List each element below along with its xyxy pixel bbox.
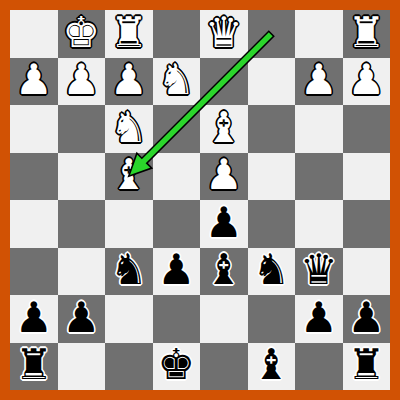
board-frame: ♚♜♛♜♟♟♟♞♟♟♞♝♝♟♟♞♟♝♞♛♟♟♟♟♜♚♝♜ xyxy=(0,0,400,400)
square-c1[interactable] xyxy=(248,10,296,58)
black-queen-on-b6: ♛ xyxy=(300,249,338,291)
square-a1[interactable]: ♜ xyxy=(343,10,391,58)
square-h6[interactable] xyxy=(10,248,58,296)
black-rook-on-a8: ♜ xyxy=(347,344,385,386)
square-h7[interactable]: ♟ xyxy=(10,295,58,343)
square-g4[interactable] xyxy=(58,153,106,201)
square-d1[interactable]: ♛ xyxy=(200,10,248,58)
square-h1[interactable] xyxy=(10,10,58,58)
black-pawn-on-e6: ♟ xyxy=(157,249,195,291)
square-d6[interactable]: ♝ xyxy=(200,248,248,296)
square-c7[interactable] xyxy=(248,295,296,343)
square-f7[interactable] xyxy=(105,295,153,343)
square-b4[interactable] xyxy=(295,153,343,201)
black-knight-on-c6: ♞ xyxy=(252,249,290,291)
square-g8[interactable] xyxy=(58,343,106,391)
black-pawn-on-d5: ♟ xyxy=(205,202,243,244)
square-a5[interactable] xyxy=(343,200,391,248)
square-e8[interactable]: ♚ xyxy=(153,343,201,391)
white-knight-on-e2: ♞ xyxy=(157,59,195,101)
square-c8[interactable]: ♝ xyxy=(248,343,296,391)
square-f5[interactable] xyxy=(105,200,153,248)
black-bishop-on-d6: ♝ xyxy=(205,249,243,291)
square-b2[interactable]: ♟ xyxy=(295,58,343,106)
square-h3[interactable] xyxy=(10,105,58,153)
square-f6[interactable]: ♞ xyxy=(105,248,153,296)
square-h4[interactable] xyxy=(10,153,58,201)
square-a6[interactable] xyxy=(343,248,391,296)
square-c6[interactable]: ♞ xyxy=(248,248,296,296)
square-f3[interactable]: ♞ xyxy=(105,105,153,153)
square-d5[interactable]: ♟ xyxy=(200,200,248,248)
screenshot-root: { "game": "chess", "app": { "frame_color… xyxy=(0,0,400,400)
square-f2[interactable]: ♟ xyxy=(105,58,153,106)
square-e3[interactable] xyxy=(153,105,201,153)
square-h2[interactable]: ♟ xyxy=(10,58,58,106)
black-bishop-on-c8: ♝ xyxy=(252,344,290,386)
square-g6[interactable] xyxy=(58,248,106,296)
white-pawn-on-a2: ♟ xyxy=(347,59,385,101)
white-bishop-on-d3: ♝ xyxy=(205,107,243,149)
square-a4[interactable] xyxy=(343,153,391,201)
white-rook-on-a1: ♜ xyxy=(347,12,385,54)
square-e6[interactable]: ♟ xyxy=(153,248,201,296)
white-queen-on-d1: ♛ xyxy=(205,12,243,54)
black-rook-on-h8: ♜ xyxy=(15,344,53,386)
white-pawn-on-h2: ♟ xyxy=(15,59,53,101)
square-g7[interactable]: ♟ xyxy=(58,295,106,343)
square-d8[interactable] xyxy=(200,343,248,391)
square-g2[interactable]: ♟ xyxy=(58,58,106,106)
white-bishop-on-f4: ♝ xyxy=(110,154,148,196)
white-pawn-on-b2: ♟ xyxy=(300,59,338,101)
square-f1[interactable]: ♜ xyxy=(105,10,153,58)
square-e5[interactable] xyxy=(153,200,201,248)
square-f4[interactable]: ♝ xyxy=(105,153,153,201)
square-b8[interactable] xyxy=(295,343,343,391)
square-e1[interactable] xyxy=(153,10,201,58)
square-h5[interactable] xyxy=(10,200,58,248)
square-g5[interactable] xyxy=(58,200,106,248)
square-c4[interactable] xyxy=(248,153,296,201)
square-h8[interactable]: ♜ xyxy=(10,343,58,391)
white-knight-on-f3: ♞ xyxy=(110,107,148,149)
square-a2[interactable]: ♟ xyxy=(343,58,391,106)
square-b7[interactable]: ♟ xyxy=(295,295,343,343)
black-king-on-e8: ♚ xyxy=(157,344,195,386)
black-pawn-on-a7: ♟ xyxy=(347,297,385,339)
square-e7[interactable] xyxy=(153,295,201,343)
square-a3[interactable] xyxy=(343,105,391,153)
square-c3[interactable] xyxy=(248,105,296,153)
square-a7[interactable]: ♟ xyxy=(343,295,391,343)
square-b1[interactable] xyxy=(295,10,343,58)
square-g1[interactable]: ♚ xyxy=(58,10,106,58)
square-b6[interactable]: ♛ xyxy=(295,248,343,296)
square-e4[interactable] xyxy=(153,153,201,201)
square-f8[interactable] xyxy=(105,343,153,391)
square-b3[interactable] xyxy=(295,105,343,153)
black-pawn-on-b7: ♟ xyxy=(300,297,338,339)
white-rook-on-f1: ♜ xyxy=(110,12,148,54)
square-d2[interactable] xyxy=(200,58,248,106)
square-d3[interactable]: ♝ xyxy=(200,105,248,153)
white-pawn-on-d4: ♟ xyxy=(205,154,243,196)
white-king-on-g1: ♚ xyxy=(62,12,100,54)
square-b5[interactable] xyxy=(295,200,343,248)
square-c2[interactable] xyxy=(248,58,296,106)
square-d7[interactable] xyxy=(200,295,248,343)
black-knight-on-f6: ♞ xyxy=(110,249,148,291)
square-c5[interactable] xyxy=(248,200,296,248)
square-e2[interactable]: ♞ xyxy=(153,58,201,106)
black-pawn-on-h7: ♟ xyxy=(15,297,53,339)
square-d4[interactable]: ♟ xyxy=(200,153,248,201)
white-pawn-on-g2: ♟ xyxy=(62,59,100,101)
black-pawn-on-g7: ♟ xyxy=(62,297,100,339)
chess-board: ♚♜♛♜♟♟♟♞♟♟♞♝♝♟♟♞♟♝♞♛♟♟♟♟♜♚♝♜ xyxy=(10,10,390,390)
square-g3[interactable] xyxy=(58,105,106,153)
square-a8[interactable]: ♜ xyxy=(343,343,391,391)
white-pawn-on-f2: ♟ xyxy=(110,59,148,101)
